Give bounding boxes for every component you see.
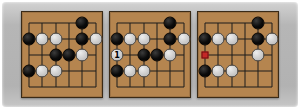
- board-row: 1: [2, 2, 298, 107]
- intersection: [111, 79, 124, 95]
- intersection: [23, 79, 36, 95]
- intersection: [164, 31, 177, 47]
- white-stone: [36, 65, 49, 78]
- white-stone: [225, 65, 238, 78]
- black-stone: [252, 17, 265, 30]
- intersection: [225, 63, 238, 79]
- go-board-diagram-3: [197, 11, 279, 98]
- go-board-diagram-2: 1: [109, 11, 191, 98]
- intersection: [89, 79, 102, 95]
- white-stone: [49, 33, 62, 46]
- intersection: [199, 79, 212, 95]
- go-board-diagram-1: [21, 11, 103, 98]
- red-square-marker: [202, 52, 209, 59]
- intersection: [124, 79, 137, 95]
- black-stone: [111, 65, 124, 78]
- intersection: [36, 79, 49, 95]
- black-stone: [111, 33, 124, 46]
- intersection: [252, 47, 265, 63]
- intersection: [177, 63, 190, 79]
- intersection: [62, 47, 75, 63]
- intersection: [225, 15, 238, 31]
- intersection: [265, 47, 278, 63]
- intersection: [150, 63, 163, 79]
- intersection: [23, 31, 36, 47]
- intersection: [62, 31, 75, 47]
- intersection: [137, 79, 150, 95]
- intersection: [238, 31, 251, 47]
- intersection: [49, 31, 62, 47]
- intersection: [212, 47, 225, 63]
- intersection: [137, 47, 150, 63]
- black-stone: [23, 65, 36, 78]
- white-stone: [137, 65, 150, 78]
- white-stone: [124, 65, 137, 78]
- intersection: [265, 15, 278, 31]
- diagram-strip-panel: 1: [2, 2, 298, 107]
- intersection: [124, 15, 137, 31]
- black-stone: [49, 49, 62, 62]
- intersection: [150, 15, 163, 31]
- intersection: [23, 47, 36, 63]
- intersection: [238, 63, 251, 79]
- intersection: [252, 31, 265, 47]
- black-stone: [63, 49, 76, 62]
- black-stone: [151, 49, 164, 62]
- intersection: [36, 15, 49, 31]
- intersection: [36, 31, 49, 47]
- intersection: [49, 47, 62, 63]
- intersection: [199, 63, 212, 79]
- white-stone-move-1: 1: [111, 49, 124, 62]
- white-stone: [164, 49, 177, 62]
- white-stone: [76, 49, 89, 62]
- intersection: [177, 79, 190, 95]
- intersection: [62, 79, 75, 95]
- black-stone: [252, 33, 265, 46]
- intersection: [76, 79, 89, 95]
- black-stone: [76, 17, 89, 30]
- white-stone: [177, 33, 190, 46]
- intersection: [238, 47, 251, 63]
- intersection: [177, 31, 190, 47]
- intersection: [265, 79, 278, 95]
- intersection: [252, 63, 265, 79]
- intersection: [76, 47, 89, 63]
- intersection: [252, 79, 265, 95]
- intersection: [150, 31, 163, 47]
- intersection: [212, 63, 225, 79]
- black-stone: [199, 65, 212, 78]
- intersection: [111, 15, 124, 31]
- intersection: [76, 31, 89, 47]
- white-stone: [124, 33, 137, 46]
- intersection: [49, 79, 62, 95]
- intersection: [62, 15, 75, 31]
- black-stone: [199, 33, 212, 46]
- intersection: [49, 63, 62, 79]
- white-stone: [252, 49, 265, 62]
- white-stone: [265, 33, 278, 46]
- black-stone: [164, 33, 177, 46]
- intersection: [137, 15, 150, 31]
- intersection: [89, 31, 102, 47]
- intersection: [124, 63, 137, 79]
- white-stone: [49, 65, 62, 78]
- intersection: [49, 15, 62, 31]
- intersection: [124, 47, 137, 63]
- intersection: [225, 31, 238, 47]
- intersection: [212, 31, 225, 47]
- intersection: [111, 63, 124, 79]
- intersection: [76, 15, 89, 31]
- intersection: [225, 47, 238, 63]
- white-stone: [89, 33, 102, 46]
- intersection: [89, 15, 102, 31]
- intersection: [199, 15, 212, 31]
- white-stone: [212, 33, 225, 46]
- move-number-label: 1: [114, 51, 120, 59]
- intersection: [137, 31, 150, 47]
- intersection: [164, 79, 177, 95]
- intersection: [89, 47, 102, 63]
- intersection: [164, 15, 177, 31]
- black-stone: [164, 17, 177, 30]
- intersection: [265, 63, 278, 79]
- intersection: [23, 15, 36, 31]
- intersection: [238, 15, 251, 31]
- intersection: [177, 15, 190, 31]
- intersection: [150, 47, 163, 63]
- intersection: [150, 79, 163, 95]
- intersection: [212, 79, 225, 95]
- intersection: [212, 15, 225, 31]
- black-stone: [23, 33, 36, 46]
- intersection: [36, 47, 49, 63]
- intersection: [252, 15, 265, 31]
- white-stone: [225, 33, 238, 46]
- intersection: [76, 63, 89, 79]
- intersection: [62, 63, 75, 79]
- black-stone: [76, 33, 89, 46]
- intersection: [36, 63, 49, 79]
- intersection: [124, 31, 137, 47]
- intersection: [111, 31, 124, 47]
- intersection: [89, 63, 102, 79]
- intersection: [137, 63, 150, 79]
- intersection: [164, 47, 177, 63]
- intersection: [199, 31, 212, 47]
- intersection: [225, 79, 238, 95]
- intersection: [199, 47, 212, 63]
- white-stone: [137, 33, 150, 46]
- intersection: [177, 47, 190, 63]
- intersection: [265, 31, 278, 47]
- white-stone: [212, 65, 225, 78]
- intersection: [238, 79, 251, 95]
- white-stone: [36, 33, 49, 46]
- intersection: 1: [111, 47, 124, 63]
- intersection: [164, 63, 177, 79]
- black-stone: [137, 49, 150, 62]
- intersection: [23, 63, 36, 79]
